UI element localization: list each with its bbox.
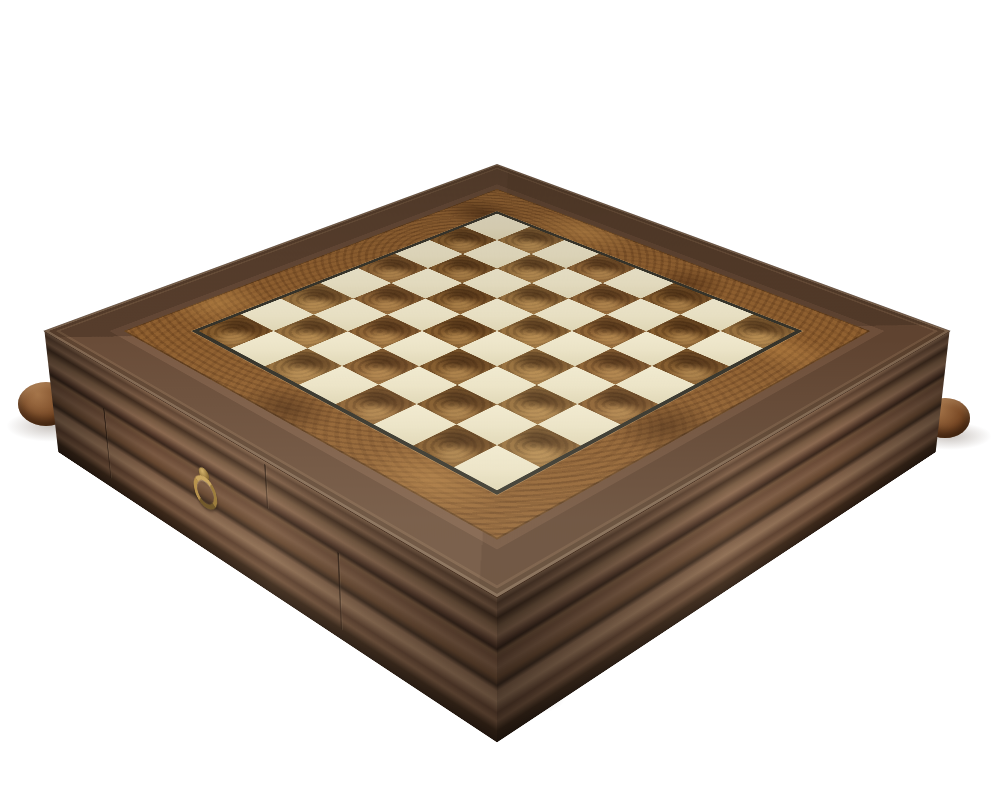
square-g5[interactable] (575, 348, 653, 385)
square-e2[interactable] (378, 366, 457, 404)
square-h1[interactable] (454, 445, 540, 490)
product-photo-stage (0, 0, 1000, 800)
drawer-seam (337, 553, 342, 630)
drawer-seam (103, 409, 111, 479)
square-g3[interactable] (497, 385, 578, 425)
square-f1[interactable] (373, 404, 455, 445)
square-h5[interactable] (616, 366, 695, 404)
brass-knob-icon (198, 465, 209, 484)
square-f2[interactable] (416, 385, 497, 425)
square-e1[interactable] (336, 385, 417, 425)
square-h3[interactable] (538, 404, 620, 445)
square-f4[interactable] (497, 348, 575, 385)
square-d2[interactable] (342, 348, 420, 385)
square-c2[interactable] (307, 331, 383, 366)
square-e4[interactable] (459, 331, 535, 366)
square-h2[interactable] (497, 424, 581, 467)
playing-area (199, 214, 796, 491)
square-g6[interactable] (611, 331, 687, 366)
square-d1[interactable] (299, 366, 378, 404)
square-h6[interactable] (652, 348, 730, 385)
square-h7[interactable] (687, 331, 763, 366)
square-c1[interactable] (264, 348, 342, 385)
square-g4[interactable] (537, 366, 616, 404)
square-f3[interactable] (457, 366, 536, 404)
drawer-ring-pull[interactable] (189, 459, 221, 525)
inlay-line (192, 211, 803, 495)
square-b1[interactable] (231, 331, 307, 366)
panel-seam (264, 464, 268, 509)
chess-cabinet (44, 164, 949, 597)
square-d3[interactable] (383, 331, 459, 366)
square-g1[interactable] (413, 424, 497, 467)
square-e3[interactable] (419, 348, 497, 385)
scene (0, 0, 1000, 800)
square-g2[interactable] (456, 404, 538, 445)
square-h4[interactable] (578, 385, 659, 425)
square-f5[interactable] (535, 331, 611, 366)
brass-ring-pull-icon (191, 471, 219, 514)
